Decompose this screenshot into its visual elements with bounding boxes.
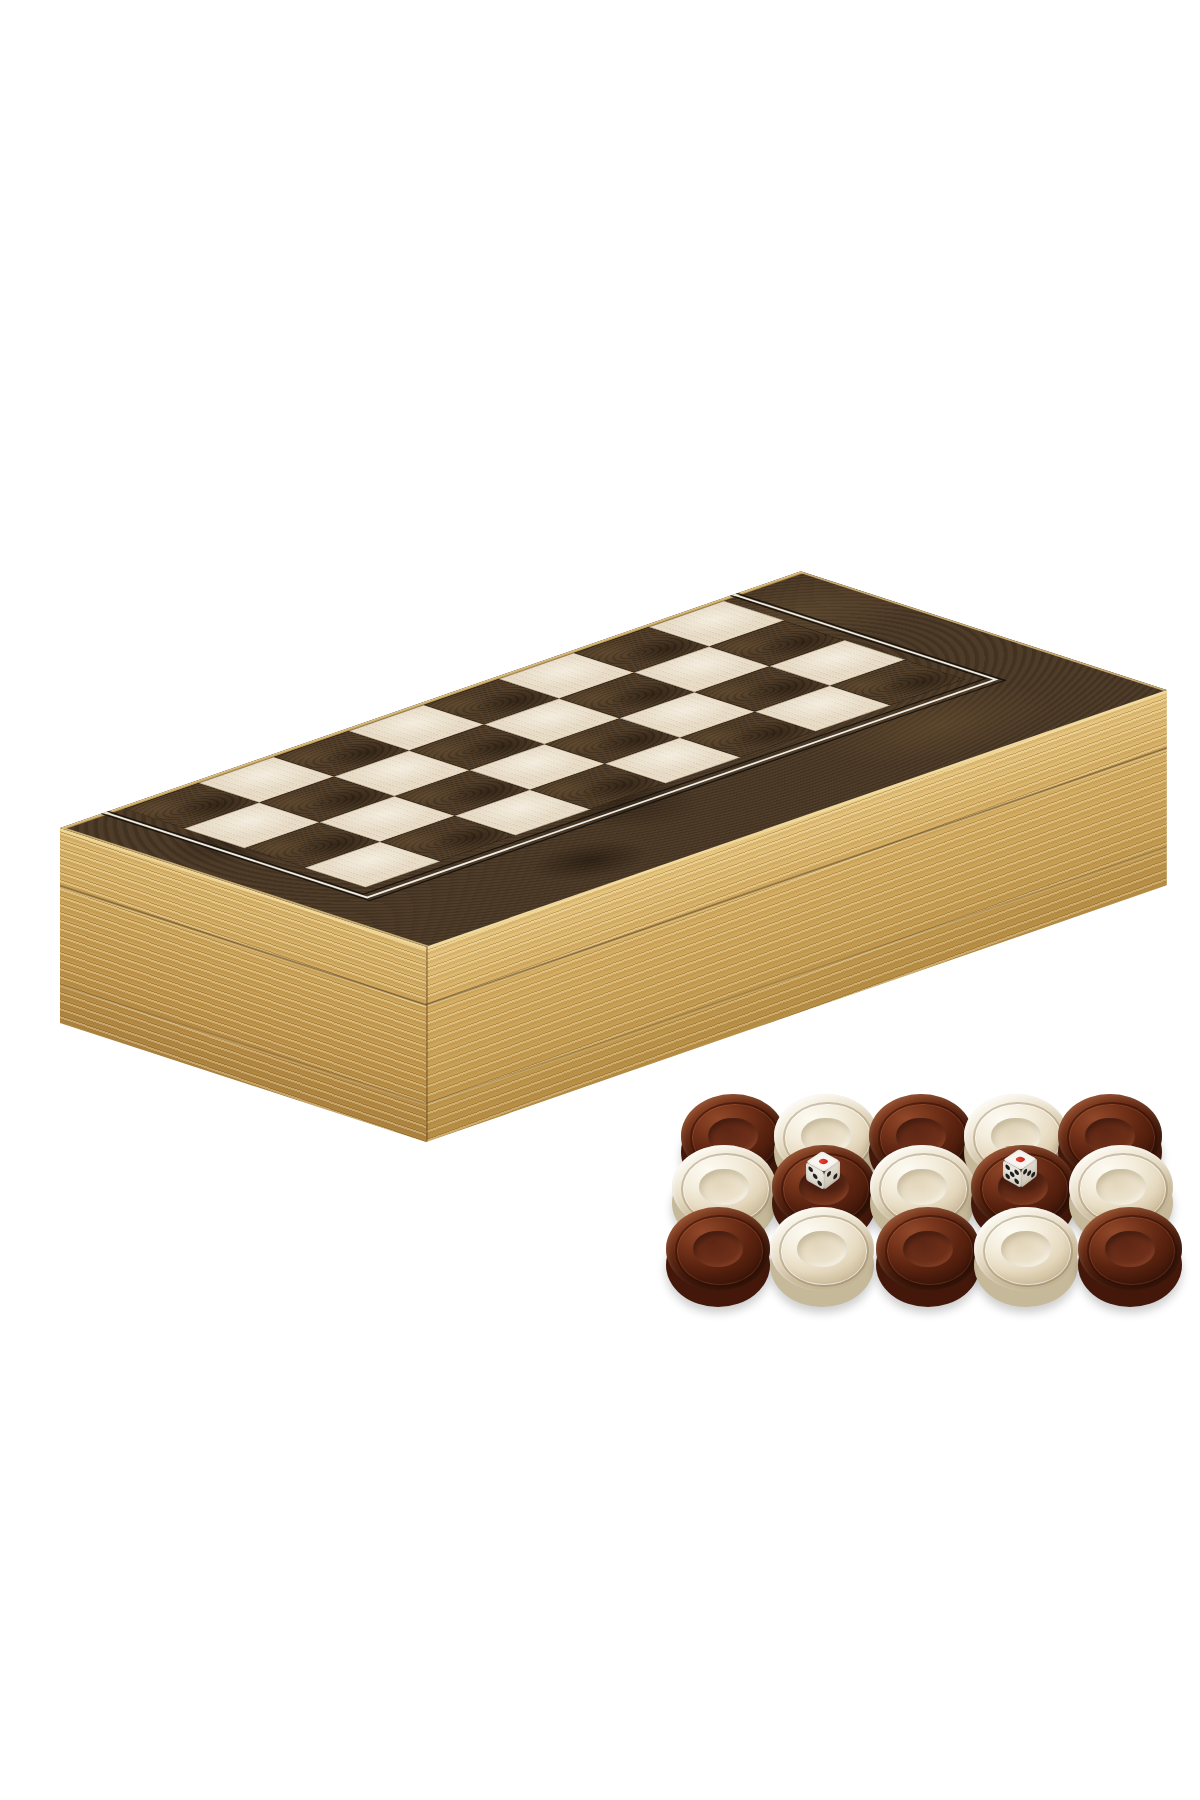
die-pip <box>1005 1164 1009 1170</box>
piece-top <box>876 1207 980 1291</box>
piece-center-dimple <box>903 1231 953 1268</box>
die-pip <box>817 1158 828 1165</box>
piece-center-dimple <box>1001 1231 1051 1268</box>
die <box>1003 1160 1043 1200</box>
die-pip <box>827 1170 831 1177</box>
die-pip <box>1031 1171 1035 1178</box>
die-pip <box>1010 1171 1014 1177</box>
product-image <box>0 0 1200 1800</box>
die-pip <box>1014 1156 1025 1163</box>
checker-piece-light <box>770 1207 874 1311</box>
piece-top <box>666 1207 770 1291</box>
checker-piece-light <box>974 1207 1078 1311</box>
piece-center-dimple <box>897 1169 947 1206</box>
piece-top <box>974 1207 1078 1291</box>
piece-center-dimple <box>1105 1231 1155 1268</box>
die-pip <box>813 1173 817 1179</box>
piece-center-dimple <box>699 1169 749 1206</box>
piece-top <box>770 1207 874 1291</box>
die-pip <box>817 1180 821 1186</box>
checker-piece-dark <box>666 1207 770 1311</box>
die-pip <box>808 1166 812 1172</box>
piece-center-dimple <box>797 1231 847 1268</box>
die <box>806 1162 846 1202</box>
die-pip <box>1014 1178 1018 1184</box>
groove-line <box>60 984 426 1106</box>
die-pip <box>1005 1173 1009 1179</box>
die-pip <box>1014 1169 1018 1175</box>
checker-piece-dark <box>1078 1207 1182 1311</box>
checker-piece-dark <box>876 1207 980 1311</box>
piece-center-dimple <box>1096 1169 1146 1206</box>
corner-edge-shade <box>426 946 428 1142</box>
die-pip <box>833 1173 837 1180</box>
piece-center-dimple <box>693 1231 743 1268</box>
piece-top <box>1078 1207 1182 1291</box>
